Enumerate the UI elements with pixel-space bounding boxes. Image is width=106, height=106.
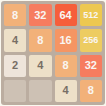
empty-cell-r4c2 [29, 80, 51, 102]
2048-board[interactable]: 8326451248162562483248 [1, 1, 105, 105]
tile-value: 32 [85, 60, 97, 71]
tile-value: 4 [37, 60, 43, 71]
tile-4-r4c3: 4 [55, 80, 77, 102]
tile-value: 2 [12, 60, 18, 71]
tile-value: 8 [63, 60, 69, 71]
tile-512-r1c4: 512 [80, 4, 102, 26]
tile-value: 64 [60, 10, 72, 21]
tile-8-r4c4: 8 [80, 80, 102, 102]
tile-value: 32 [34, 10, 46, 21]
tile-4-r3c2: 4 [29, 55, 51, 77]
tile-32-r3c4: 32 [80, 55, 102, 77]
tile-value: 4 [12, 35, 18, 46]
tile-256-r2c4: 256 [80, 29, 102, 51]
tile-value: 8 [37, 35, 43, 46]
tile-8-r2c2: 8 [29, 29, 51, 51]
empty-cell-r4c1 [4, 80, 26, 102]
tile-value: 4 [63, 85, 69, 96]
tile-value: 16 [60, 35, 72, 46]
tile-8-r3c3: 8 [55, 55, 77, 77]
tile-value: 512 [83, 11, 98, 20]
tile-4-r2c1: 4 [4, 29, 26, 51]
tile-64-r1c3: 64 [55, 4, 77, 26]
tile-2-r3c1: 2 [4, 55, 26, 77]
tile-value: 8 [12, 10, 18, 21]
tile-16-r2c3: 16 [55, 29, 77, 51]
tile-value: 256 [83, 36, 98, 45]
tile-32-r1c2: 32 [29, 4, 51, 26]
tile-8-r1c1: 8 [4, 4, 26, 26]
tile-value: 8 [88, 85, 94, 96]
